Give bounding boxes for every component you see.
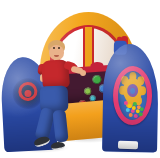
bead — [126, 108, 130, 112]
gear-body — [123, 78, 142, 103]
bead — [131, 109, 135, 113]
child-eye — [53, 47, 55, 49]
product-photo — [0, 0, 160, 158]
gear-window — [113, 66, 153, 126]
bead — [140, 107, 144, 111]
bead — [124, 101, 128, 105]
child-right-hand — [80, 70, 86, 76]
panel-bracket — [114, 41, 127, 55]
bead — [137, 105, 141, 109]
steering-hub-cap — [24, 90, 31, 97]
gear-tooth — [129, 72, 136, 81]
bead — [128, 104, 132, 108]
child-right-shoe — [50, 141, 65, 151]
gear-tooth — [121, 76, 128, 85]
bead — [136, 109, 140, 113]
gear-tooth — [139, 86, 146, 95]
gear-tooth — [126, 99, 133, 108]
green-dial — [92, 75, 102, 85]
dashboard-trim-bump — [90, 61, 103, 69]
child-right-leg — [52, 109, 68, 142]
gear-hub — [127, 84, 138, 97]
bead — [134, 114, 138, 118]
gear-hub-center — [130, 88, 135, 94]
gear-tooth — [119, 86, 126, 95]
right-fender-panel — [102, 44, 159, 153]
gear-tooth — [135, 96, 142, 105]
bead — [139, 112, 143, 116]
child-eye — [58, 47, 60, 49]
child — [34, 40, 88, 152]
bead — [132, 106, 136, 110]
mounting-foot — [118, 141, 138, 150]
bead — [133, 102, 137, 106]
gear-tooth — [137, 76, 144, 85]
bead — [129, 113, 133, 117]
